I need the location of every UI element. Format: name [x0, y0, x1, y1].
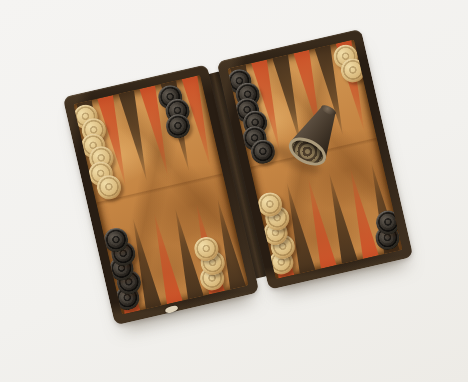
photo-backdrop [0, 0, 468, 382]
bone-latch [164, 305, 178, 315]
backgammon-board [63, 29, 414, 326]
